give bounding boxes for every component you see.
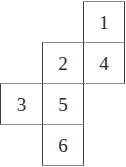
net-cell-face-1: 1 [83, 1, 125, 43]
face-number: 4 [99, 54, 109, 73]
face-number: 2 [58, 54, 68, 73]
face-number: 6 [58, 136, 68, 155]
net-cell-face-6: 6 [42, 124, 84, 166]
net-cell-face-3: 3 [0, 83, 43, 125]
face-number: 1 [99, 13, 109, 32]
face-number: 3 [17, 95, 27, 114]
face-number: 5 [58, 95, 68, 114]
net-cell-face-5: 5 [42, 83, 84, 125]
cube-net-board: 1 2 4 3 5 6 [0, 0, 126, 167]
net-cell-face-2: 2 [42, 42, 84, 84]
net-cell-face-4: 4 [83, 42, 125, 84]
